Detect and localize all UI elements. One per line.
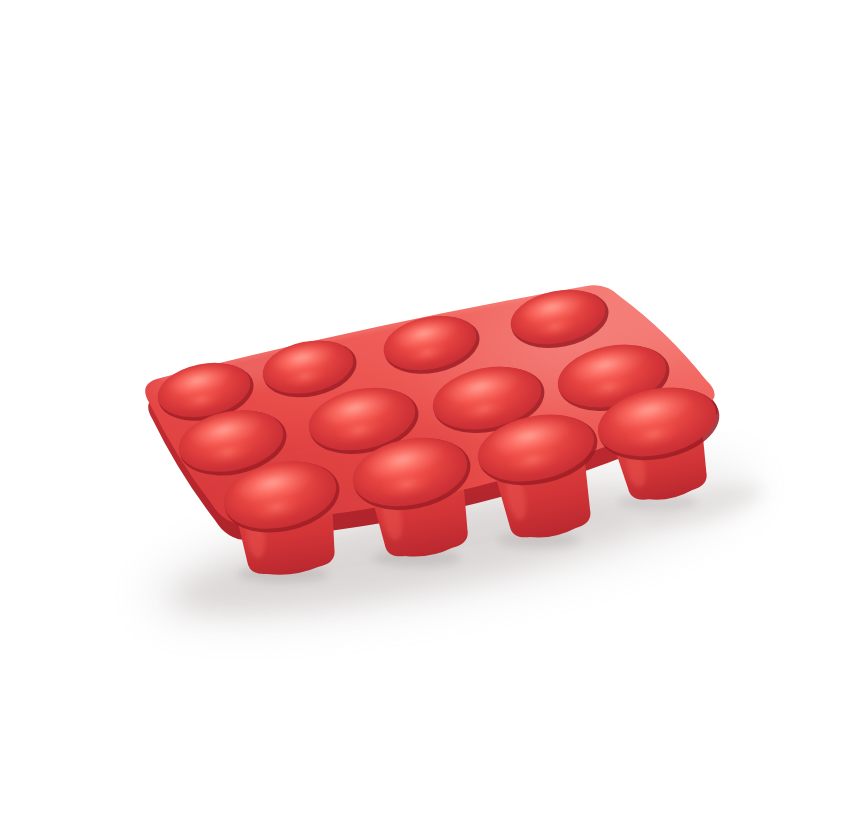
photo-stage: [0, 0, 858, 840]
muffin-pan-photo: [0, 0, 858, 840]
